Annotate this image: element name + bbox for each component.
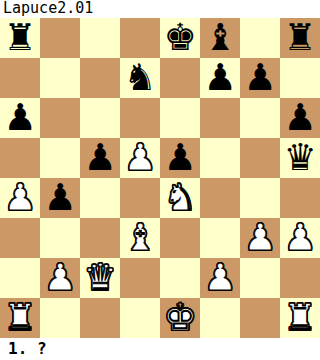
square-g6[interactable] — [240, 98, 280, 138]
white-pawn: ♟ — [280, 218, 320, 258]
black-pawn: ♟ — [160, 138, 200, 178]
square-c8[interactable] — [80, 18, 120, 58]
square-d1[interactable] — [120, 298, 160, 338]
square-h2[interactable] — [280, 258, 320, 298]
black-pawn: ♟ — [80, 138, 120, 178]
square-a2[interactable] — [0, 258, 40, 298]
square-a3[interactable] — [0, 218, 40, 258]
move-prompt: 1. ? — [0, 338, 320, 360]
white-knight: ♞ — [160, 178, 200, 218]
square-f5[interactable] — [200, 138, 240, 178]
square-c4[interactable] — [80, 178, 120, 218]
square-f6[interactable] — [200, 98, 240, 138]
square-c7[interactable] — [80, 58, 120, 98]
square-f7[interactable]: ♟ — [200, 58, 240, 98]
square-b7[interactable] — [40, 58, 80, 98]
white-pawn: ♟ — [240, 218, 280, 258]
black-pawn: ♟ — [40, 178, 80, 218]
white-queen: ♛ — [80, 258, 120, 298]
square-e8[interactable]: ♚ — [160, 18, 200, 58]
square-h7[interactable] — [280, 58, 320, 98]
square-c6[interactable] — [80, 98, 120, 138]
square-f2[interactable]: ♟ — [200, 258, 240, 298]
black-king: ♚ — [160, 18, 200, 58]
square-e1[interactable]: ♚ — [160, 298, 200, 338]
square-b8[interactable] — [40, 18, 80, 58]
square-a4[interactable]: ♟ — [0, 178, 40, 218]
black-pawn: ♟ — [0, 98, 40, 138]
square-h4[interactable] — [280, 178, 320, 218]
square-f8[interactable]: ♝ — [200, 18, 240, 58]
square-f4[interactable] — [200, 178, 240, 218]
square-b5[interactable] — [40, 138, 80, 178]
square-d8[interactable] — [120, 18, 160, 58]
white-pawn: ♟ — [120, 138, 160, 178]
square-c5[interactable]: ♟ — [80, 138, 120, 178]
square-h5[interactable]: ♛ — [280, 138, 320, 178]
square-e6[interactable] — [160, 98, 200, 138]
square-d5[interactable]: ♟ — [120, 138, 160, 178]
square-b6[interactable] — [40, 98, 80, 138]
square-e5[interactable]: ♟ — [160, 138, 200, 178]
chess-board: ♜♚♝♜♞♟♟♟♟♟♟♟♛♟♟♞♝♟♟♟♛♟♜♚♜ — [0, 18, 320, 338]
square-c1[interactable] — [80, 298, 120, 338]
square-a7[interactable] — [0, 58, 40, 98]
square-b1[interactable] — [40, 298, 80, 338]
square-b3[interactable] — [40, 218, 80, 258]
square-g3[interactable]: ♟ — [240, 218, 280, 258]
square-g1[interactable] — [240, 298, 280, 338]
square-e7[interactable] — [160, 58, 200, 98]
black-rook: ♜ — [0, 18, 40, 58]
square-d3[interactable]: ♝ — [120, 218, 160, 258]
white-pawn: ♟ — [0, 178, 40, 218]
white-rook: ♜ — [0, 298, 40, 338]
square-c2[interactable]: ♛ — [80, 258, 120, 298]
square-f3[interactable] — [200, 218, 240, 258]
square-g7[interactable]: ♟ — [240, 58, 280, 98]
square-b2[interactable]: ♟ — [40, 258, 80, 298]
black-queen: ♛ — [280, 138, 320, 178]
square-f1[interactable] — [200, 298, 240, 338]
white-rook: ♜ — [280, 298, 320, 338]
square-e4[interactable]: ♞ — [160, 178, 200, 218]
white-king: ♚ — [160, 298, 200, 338]
square-c3[interactable] — [80, 218, 120, 258]
square-d7[interactable]: ♞ — [120, 58, 160, 98]
square-d6[interactable] — [120, 98, 160, 138]
square-e2[interactable] — [160, 258, 200, 298]
black-pawn: ♟ — [200, 58, 240, 98]
square-b4[interactable]: ♟ — [40, 178, 80, 218]
square-a1[interactable]: ♜ — [0, 298, 40, 338]
black-knight: ♞ — [120, 58, 160, 98]
black-bishop: ♝ — [200, 18, 240, 58]
square-d2[interactable] — [120, 258, 160, 298]
square-g4[interactable] — [240, 178, 280, 218]
white-bishop: ♝ — [120, 218, 160, 258]
square-g8[interactable] — [240, 18, 280, 58]
square-h3[interactable]: ♟ — [280, 218, 320, 258]
white-pawn: ♟ — [40, 258, 80, 298]
square-h1[interactable]: ♜ — [280, 298, 320, 338]
square-h8[interactable]: ♜ — [280, 18, 320, 58]
square-e3[interactable] — [160, 218, 200, 258]
square-a5[interactable] — [0, 138, 40, 178]
square-h6[interactable]: ♟ — [280, 98, 320, 138]
diagram-title: Lapuce2.01 — [0, 0, 320, 18]
white-pawn: ♟ — [200, 258, 240, 298]
square-g2[interactable] — [240, 258, 280, 298]
square-g5[interactable] — [240, 138, 280, 178]
square-d4[interactable] — [120, 178, 160, 218]
black-pawn: ♟ — [280, 98, 320, 138]
black-rook: ♜ — [280, 18, 320, 58]
square-a6[interactable]: ♟ — [0, 98, 40, 138]
black-pawn: ♟ — [240, 58, 280, 98]
square-a8[interactable]: ♜ — [0, 18, 40, 58]
